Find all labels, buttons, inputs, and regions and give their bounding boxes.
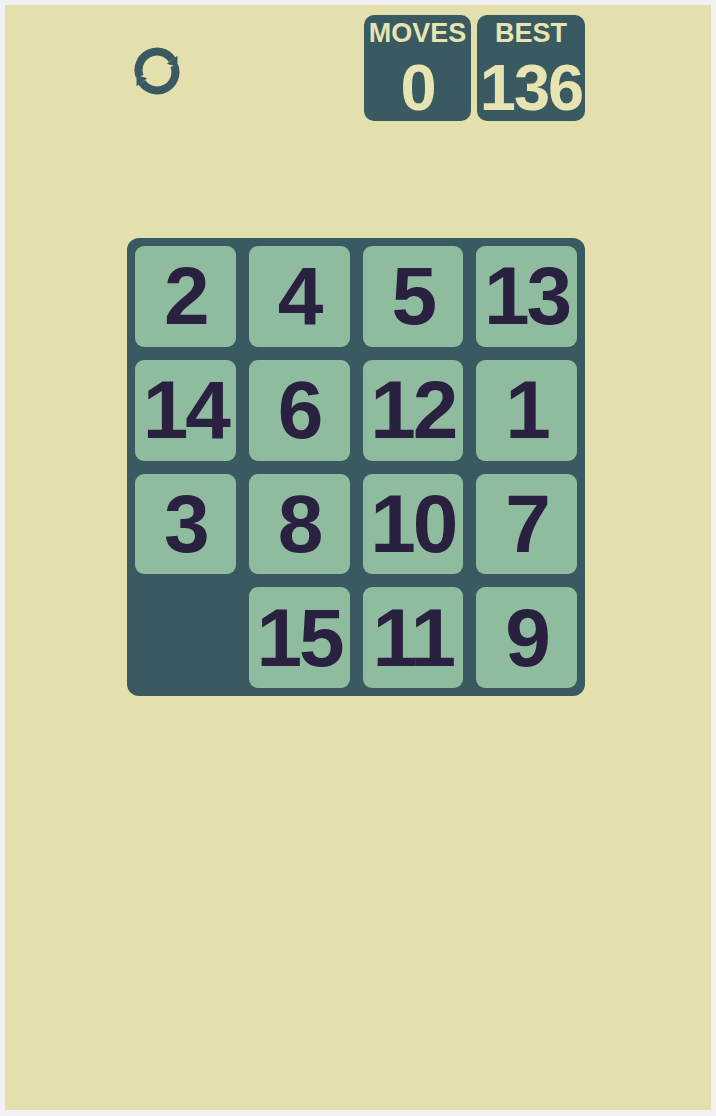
tile[interactable]: 7 [476, 474, 577, 575]
best-value: 136 [480, 58, 582, 118]
tile[interactable]: 11 [363, 587, 464, 688]
tile[interactable]: 2 [135, 246, 236, 347]
moves-label: MOVES [369, 18, 467, 49]
tile[interactable]: 8 [249, 474, 350, 575]
puzzle-board: 2 4 5 13 14 6 12 1 3 8 10 7 15 11 9 [127, 238, 585, 696]
tile[interactable]: 12 [363, 360, 464, 461]
empty-cell [135, 587, 236, 688]
tile[interactable]: 13 [476, 246, 577, 347]
restart-button[interactable] [128, 41, 186, 101]
tile[interactable]: 6 [249, 360, 350, 461]
tile[interactable]: 9 [476, 587, 577, 688]
best-label: BEST [495, 18, 567, 49]
tile[interactable]: 5 [363, 246, 464, 347]
tile[interactable]: 10 [363, 474, 464, 575]
tile[interactable]: 1 [476, 360, 577, 461]
tile[interactable]: 4 [249, 246, 350, 347]
game-page: MOVES 0 BEST 136 2 4 5 13 14 6 12 1 3 8 … [5, 5, 711, 1110]
moves-value: 0 [400, 58, 434, 118]
best-counter: BEST 136 [477, 15, 585, 121]
tile[interactable]: 15 [249, 587, 350, 688]
tile[interactable]: 14 [135, 360, 236, 461]
tile[interactable]: 3 [135, 474, 236, 575]
refresh-icon [130, 44, 184, 98]
moves-counter: MOVES 0 [364, 15, 471, 121]
score-panel: MOVES 0 BEST 136 [364, 15, 585, 121]
